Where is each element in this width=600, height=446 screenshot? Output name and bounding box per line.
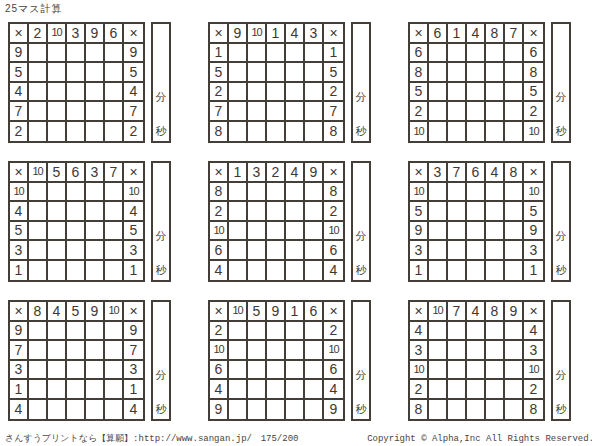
answer-cell [486, 183, 505, 203]
answer-cell [248, 361, 267, 381]
answer-cell [429, 44, 448, 64]
row-header-cell: 10 [324, 222, 343, 242]
operator-cell: × [210, 24, 229, 44]
answer-cell [505, 202, 524, 222]
answer-cell [248, 261, 267, 281]
answer-cell [67, 202, 86, 222]
answer-cell [248, 222, 267, 242]
answer-cell [305, 183, 324, 203]
answer-cell [267, 44, 286, 64]
answer-cell [86, 202, 105, 222]
answer-cell [305, 202, 324, 222]
answer-cell [486, 202, 505, 222]
answer-cell [486, 261, 505, 281]
minutes-label: 分 [553, 90, 569, 105]
answer-cell [486, 361, 505, 381]
seconds-label: 秒 [353, 124, 369, 139]
answer-cell [29, 222, 48, 242]
row-header-cell: 5 [524, 83, 543, 103]
answer-cell [67, 44, 86, 64]
answer-cell [105, 44, 124, 64]
answer-cell [229, 322, 248, 342]
answer-cell [86, 102, 105, 122]
row-header-cell: 10 [210, 341, 229, 361]
answer-cell [467, 122, 486, 142]
multiplication-grid-9: ×107489×443310102288 [408, 300, 545, 421]
answer-cell [505, 183, 524, 203]
answer-cell [105, 322, 124, 342]
row-header-cell: 9 [410, 222, 429, 242]
multiplication-grid-4: ×105637×101044553311 [8, 161, 145, 282]
drill-block-7: ×845910×9977331144分秒 [8, 300, 208, 421]
drill-block-4: ×105637×101044553311分秒 [8, 161, 208, 282]
row-header-cell: 3 [124, 241, 143, 261]
answer-cell [286, 122, 305, 142]
col-header-cell: 2 [267, 163, 286, 183]
copyright-text: Copyright © Alpha,Inc All Rights Reserve… [367, 434, 594, 444]
answer-cell [267, 341, 286, 361]
row-header-cell: 2 [524, 102, 543, 122]
timer-box: 分秒 [351, 161, 371, 282]
answer-cell [29, 44, 48, 64]
operator-cell: × [410, 24, 429, 44]
seconds-label: 秒 [553, 263, 569, 278]
answer-cell [286, 102, 305, 122]
answer-cell [248, 341, 267, 361]
answer-cell [29, 341, 48, 361]
answer-cell [48, 202, 67, 222]
answer-cell [467, 222, 486, 242]
answer-cell [229, 341, 248, 361]
answer-cell [229, 102, 248, 122]
answer-cell [467, 183, 486, 203]
answer-cell [429, 102, 448, 122]
minutes-label: 分 [353, 368, 369, 383]
col-header-cell: 10 [29, 163, 48, 183]
answer-cell [267, 102, 286, 122]
col-header-cell: 10 [105, 302, 124, 322]
answer-cell [48, 400, 67, 420]
answer-cell [229, 202, 248, 222]
row-header-cell: 2 [210, 83, 229, 103]
timer-box: 分秒 [351, 300, 371, 421]
answer-cell [429, 183, 448, 203]
col-header-cell: 9 [505, 302, 524, 322]
row-header-cell: 3 [10, 361, 29, 381]
operator-cell: × [524, 24, 543, 44]
operator-cell: × [324, 24, 343, 44]
answer-cell [105, 380, 124, 400]
footer-source-text: さんすうプリントなら【算願】:http://www.sangan.jp/ [5, 432, 252, 445]
col-header-cell: 3 [429, 163, 448, 183]
answer-cell [29, 380, 48, 400]
answer-cell [305, 102, 324, 122]
timer-box: 分秒 [151, 161, 171, 282]
col-header-cell: 7 [105, 163, 124, 183]
row-header-cell: 6 [324, 361, 343, 381]
answer-cell [67, 241, 86, 261]
answer-cell [105, 241, 124, 261]
answer-cell [286, 202, 305, 222]
answer-cell [286, 222, 305, 242]
col-header-cell: 7 [448, 163, 467, 183]
answer-cell [86, 44, 105, 64]
page-title: 25マス計算 [5, 2, 63, 16]
answer-cell [429, 380, 448, 400]
answer-cell [229, 400, 248, 420]
answer-cell [248, 83, 267, 103]
answer-cell [248, 102, 267, 122]
answer-cell [505, 241, 524, 261]
answer-cell [429, 122, 448, 142]
row-header-cell: 9 [124, 322, 143, 342]
answer-cell [86, 241, 105, 261]
answer-cell [467, 83, 486, 103]
row-header-cell: 1 [524, 261, 543, 281]
answer-cell [248, 63, 267, 83]
operator-cell: × [410, 163, 429, 183]
row-header-cell: 5 [410, 83, 429, 103]
row-header-cell: 4 [124, 202, 143, 222]
row-header-cell: 8 [210, 122, 229, 142]
answer-cell [305, 380, 324, 400]
row-header-cell: 2 [10, 122, 29, 142]
answer-cell [486, 322, 505, 342]
row-header-cell: 3 [524, 341, 543, 361]
answer-cell [67, 222, 86, 242]
answer-cell [67, 380, 86, 400]
answer-cell [467, 380, 486, 400]
row-header-cell: 6 [410, 44, 429, 64]
answer-cell [505, 122, 524, 142]
row-header-cell: 10 [410, 361, 429, 381]
row-header-cell: 6 [524, 44, 543, 64]
answer-cell [86, 400, 105, 420]
drill-block-1: ×210396×9955447722分秒 [8, 22, 208, 143]
answer-cell [305, 361, 324, 381]
row-header-cell: 1 [410, 261, 429, 281]
answer-cell [486, 102, 505, 122]
row-header-cell: 3 [410, 241, 429, 261]
operator-cell: × [10, 302, 29, 322]
answer-cell [48, 241, 67, 261]
answer-cell [305, 400, 324, 420]
answer-cell [105, 261, 124, 281]
col-header-cell: 9 [86, 24, 105, 44]
answer-cell [486, 122, 505, 142]
answer-cell [486, 241, 505, 261]
answer-cell [429, 322, 448, 342]
answer-cell [286, 400, 305, 420]
answer-cell [448, 241, 467, 261]
answer-cell [248, 44, 267, 64]
answer-cell [67, 341, 86, 361]
row-header-cell: 4 [324, 261, 343, 281]
row-header-cell: 7 [10, 341, 29, 361]
seconds-label: 秒 [153, 402, 169, 417]
row-header-cell: 4 [210, 380, 229, 400]
col-header-cell: 8 [486, 302, 505, 322]
answer-cell [267, 202, 286, 222]
answer-cell [105, 202, 124, 222]
page-number: 175/200 [261, 434, 299, 444]
row-header-cell: 7 [124, 102, 143, 122]
answer-cell [267, 241, 286, 261]
answer-cell [105, 122, 124, 142]
answer-cell [267, 261, 286, 281]
minutes-label: 分 [153, 368, 169, 383]
answer-cell [305, 241, 324, 261]
answer-cell [86, 63, 105, 83]
answer-cell [48, 122, 67, 142]
answer-cell [48, 102, 67, 122]
answer-cell [486, 400, 505, 420]
answer-cell [505, 222, 524, 242]
answer-cell [229, 122, 248, 142]
answer-cell [267, 361, 286, 381]
row-header-cell: 10 [524, 361, 543, 381]
answer-cell [48, 44, 67, 64]
answer-cell [48, 322, 67, 342]
answer-cell [229, 241, 248, 261]
answer-cell [429, 63, 448, 83]
col-header-cell: 3 [248, 163, 267, 183]
answer-cell [505, 44, 524, 64]
answer-cell [267, 83, 286, 103]
col-header-cell: 5 [67, 302, 86, 322]
col-header-cell: 1 [286, 302, 305, 322]
row-header-cell: 5 [210, 63, 229, 83]
answer-cell [267, 122, 286, 142]
answer-cell [286, 183, 305, 203]
col-header-cell: 6 [105, 24, 124, 44]
answer-cell [467, 241, 486, 261]
answer-cell [229, 261, 248, 281]
answer-cell [505, 261, 524, 281]
row-header-cell: 5 [10, 63, 29, 83]
col-header-cell: 6 [467, 163, 486, 183]
col-header-cell: 8 [486, 24, 505, 44]
answer-cell [467, 44, 486, 64]
answer-cell [229, 44, 248, 64]
row-header-cell: 4 [210, 261, 229, 281]
answer-cell [248, 241, 267, 261]
col-header-cell: 9 [229, 24, 248, 44]
seconds-label: 秒 [353, 402, 369, 417]
answer-cell [67, 183, 86, 203]
row-header-cell: 10 [210, 222, 229, 242]
answer-cell [505, 341, 524, 361]
col-header-cell: 8 [505, 163, 524, 183]
row-header-cell: 1 [210, 44, 229, 64]
row-header-cell: 5 [324, 63, 343, 83]
row-header-cell: 8 [324, 183, 343, 203]
col-header-cell: 1 [229, 163, 248, 183]
answer-cell [67, 400, 86, 420]
answer-cell [448, 222, 467, 242]
seconds-label: 秒 [153, 124, 169, 139]
row-header-cell: 4 [10, 83, 29, 103]
row-header-cell: 4 [124, 400, 143, 420]
timer-box: 分秒 [151, 22, 171, 143]
answer-cell [248, 380, 267, 400]
answer-cell [229, 361, 248, 381]
answer-cell [505, 102, 524, 122]
answer-cell [105, 183, 124, 203]
answer-cell [286, 83, 305, 103]
row-header-cell: 2 [324, 322, 343, 342]
col-header-cell: 3 [305, 24, 324, 44]
answer-cell [286, 241, 305, 261]
answer-cell [305, 44, 324, 64]
answer-cell [505, 63, 524, 83]
row-header-cell: 8 [210, 183, 229, 203]
answer-cell [105, 83, 124, 103]
minutes-label: 分 [553, 368, 569, 383]
row-header-cell: 2 [524, 380, 543, 400]
row-header-cell: 3 [410, 341, 429, 361]
answer-cell [305, 122, 324, 142]
answer-cell [67, 122, 86, 142]
minutes-label: 分 [353, 90, 369, 105]
seconds-label: 秒 [153, 263, 169, 278]
answer-cell [248, 322, 267, 342]
operator-cell: × [124, 302, 143, 322]
row-header-cell: 4 [10, 202, 29, 222]
row-header-cell: 8 [524, 400, 543, 420]
answer-cell [267, 183, 286, 203]
answer-cell [267, 322, 286, 342]
answer-cell [467, 102, 486, 122]
row-header-cell: 9 [10, 322, 29, 342]
multiplication-grid-2: ×910143×1155227788 [208, 22, 345, 143]
worksheet-page: 25マス計算 ×210396×9955447722分秒×910143×11552… [0, 0, 600, 446]
row-header-cell: 9 [324, 400, 343, 420]
answer-cell [505, 400, 524, 420]
row-header-cell: 1 [10, 261, 29, 281]
answer-cell [105, 361, 124, 381]
col-header-cell: 4 [467, 302, 486, 322]
drill-block-2: ×910143×1155227788分秒 [208, 22, 408, 143]
answer-cell [286, 44, 305, 64]
answer-cell [448, 122, 467, 142]
operator-cell: × [210, 163, 229, 183]
answer-cell [29, 322, 48, 342]
minutes-label: 分 [553, 229, 569, 244]
answer-cell [48, 63, 67, 83]
timer-box: 分秒 [551, 22, 571, 143]
multiplication-grid-1: ×210396×9955447722 [8, 22, 145, 143]
row-header-cell: 2 [210, 322, 229, 342]
answer-cell [48, 341, 67, 361]
answer-cell [467, 63, 486, 83]
answer-cell [305, 222, 324, 242]
timer-box: 分秒 [151, 300, 171, 421]
timer-box: 分秒 [351, 22, 371, 143]
answer-cell [286, 341, 305, 361]
operator-cell: × [524, 302, 543, 322]
row-header-cell: 10 [524, 122, 543, 142]
row-header-cell: 3 [10, 241, 29, 261]
answer-cell [486, 44, 505, 64]
row-header-cell: 2 [410, 380, 429, 400]
answer-cell [48, 222, 67, 242]
answer-cell [229, 222, 248, 242]
answer-cell [448, 400, 467, 420]
answer-cell [29, 400, 48, 420]
operator-cell: × [524, 163, 543, 183]
row-header-cell: 4 [10, 400, 29, 420]
answer-cell [448, 380, 467, 400]
answer-cell [29, 202, 48, 222]
row-header-cell: 9 [124, 44, 143, 64]
row-header-cell: 3 [524, 241, 543, 261]
col-header-cell: 4 [48, 302, 67, 322]
answer-cell [505, 380, 524, 400]
answer-cell [467, 202, 486, 222]
answer-cell [486, 83, 505, 103]
drill-block-9: ×107489×443310102288分秒 [408, 300, 600, 421]
answer-cell [486, 380, 505, 400]
row-header-cell: 5 [124, 222, 143, 242]
answer-cell [448, 261, 467, 281]
col-header-cell: 4 [286, 24, 305, 44]
answer-cell [429, 83, 448, 103]
answer-cell [29, 241, 48, 261]
timer-box: 分秒 [551, 161, 571, 282]
answer-cell [86, 341, 105, 361]
row-header-cell: 10 [410, 183, 429, 203]
answer-cell [448, 202, 467, 222]
answer-cell [248, 400, 267, 420]
operator-cell: × [324, 163, 343, 183]
answer-cell [29, 122, 48, 142]
answer-cell [286, 380, 305, 400]
answer-cell [105, 102, 124, 122]
answer-cell [286, 261, 305, 281]
seconds-label: 秒 [353, 263, 369, 278]
answer-cell [48, 361, 67, 381]
answer-cell [429, 341, 448, 361]
answer-cell [467, 341, 486, 361]
answer-cell [29, 102, 48, 122]
row-header-cell: 10 [410, 122, 429, 142]
page-footer: さんすうプリントなら【算願】:http://www.sangan.jp/ 175… [5, 432, 594, 445]
row-header-cell: 10 [524, 183, 543, 203]
answer-cell [67, 63, 86, 83]
row-header-cell: 4 [410, 322, 429, 342]
answer-cell [505, 83, 524, 103]
answer-cell [448, 44, 467, 64]
answer-cell [448, 341, 467, 361]
answer-cell [305, 83, 324, 103]
answer-cell [429, 400, 448, 420]
answer-cell [486, 63, 505, 83]
col-header-cell: 6 [67, 163, 86, 183]
answer-cell [305, 63, 324, 83]
multiplication-grid-7: ×845910×9977331144 [8, 300, 145, 421]
col-header-cell: 3 [67, 24, 86, 44]
row-header-cell: 1 [10, 380, 29, 400]
col-header-cell: 4 [486, 163, 505, 183]
col-header-cell: 4 [467, 24, 486, 44]
answer-cell [448, 183, 467, 203]
answer-cell [229, 380, 248, 400]
answer-cell [448, 102, 467, 122]
operator-cell: × [10, 163, 29, 183]
row-header-cell: 6 [210, 361, 229, 381]
col-header-cell: 5 [248, 302, 267, 322]
